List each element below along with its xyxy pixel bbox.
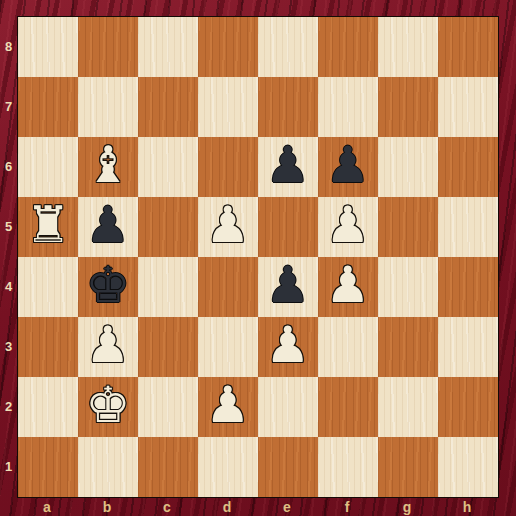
square-h3[interactable] [438,317,498,377]
file-label-d: d [197,497,257,516]
white-rook[interactable]: ♜ [26,195,71,255]
square-f4[interactable]: ♟ [318,257,378,317]
square-h4[interactable] [438,257,498,317]
file-label-h: h [437,497,497,516]
square-h6[interactable] [438,137,498,197]
square-g5[interactable] [378,197,438,257]
square-a2[interactable] [18,377,78,437]
square-g1[interactable] [378,437,438,497]
square-g8[interactable] [378,17,438,77]
square-f2[interactable] [318,377,378,437]
square-f3[interactable] [318,317,378,377]
rank-label-7: 7 [0,76,17,136]
square-e7[interactable] [258,77,318,137]
square-f1[interactable] [318,437,378,497]
square-c6[interactable] [138,137,198,197]
square-a6[interactable] [18,137,78,197]
square-b6[interactable]: ♝ [78,137,138,197]
chess-board: ♝♟♟♜♟♟♟♚♟♟♟♟♚♟ [17,16,499,498]
square-c8[interactable] [138,17,198,77]
file-label-g: g [377,497,437,516]
rank-label-5: 5 [0,196,17,256]
black-pawn[interactable]: ♟ [86,195,131,255]
square-g7[interactable] [378,77,438,137]
black-pawn[interactable]: ♟ [266,255,311,315]
rank-label-2: 2 [0,376,17,436]
square-e3[interactable]: ♟ [258,317,318,377]
square-e8[interactable] [258,17,318,77]
square-g3[interactable] [378,317,438,377]
square-b7[interactable] [78,77,138,137]
square-f6[interactable]: ♟ [318,137,378,197]
file-label-b: b [77,497,137,516]
square-g4[interactable] [378,257,438,317]
rank-labels: 87654321 [0,16,17,498]
black-pawn[interactable]: ♟ [326,135,371,195]
square-c7[interactable] [138,77,198,137]
square-a8[interactable] [18,17,78,77]
square-c1[interactable] [138,437,198,497]
square-h2[interactable] [438,377,498,437]
white-pawn[interactable]: ♟ [206,195,251,255]
white-pawn[interactable]: ♟ [266,315,311,375]
square-f7[interactable] [318,77,378,137]
square-g6[interactable] [378,137,438,197]
white-pawn[interactable]: ♟ [326,195,371,255]
square-a1[interactable] [18,437,78,497]
rank-label-6: 6 [0,136,17,196]
square-c5[interactable] [138,197,198,257]
square-b1[interactable] [78,437,138,497]
square-b4[interactable]: ♚ [78,257,138,317]
rank-label-1: 1 [0,436,17,496]
square-b2[interactable]: ♚ [78,377,138,437]
white-bishop[interactable]: ♝ [86,135,131,195]
square-d3[interactable] [198,317,258,377]
black-pawn[interactable]: ♟ [266,135,311,195]
square-a7[interactable] [18,77,78,137]
square-e6[interactable]: ♟ [258,137,318,197]
square-c2[interactable] [138,377,198,437]
square-h1[interactable] [438,437,498,497]
square-b5[interactable]: ♟ [78,197,138,257]
square-d1[interactable] [198,437,258,497]
square-e5[interactable] [258,197,318,257]
file-label-e: e [257,497,317,516]
square-c4[interactable] [138,257,198,317]
file-label-f: f [317,497,377,516]
rank-label-3: 3 [0,316,17,376]
rank-label-8: 8 [0,16,17,76]
square-a4[interactable] [18,257,78,317]
square-e1[interactable] [258,437,318,497]
file-label-c: c [137,497,197,516]
white-pawn[interactable]: ♟ [326,255,371,315]
black-king[interactable]: ♚ [86,255,131,315]
square-a5[interactable]: ♜ [18,197,78,257]
chess-board-window: ♝♟♟♜♟♟♟♚♟♟♟♟♚♟ 87654321 abcdefgh [0,0,516,516]
square-h7[interactable] [438,77,498,137]
white-pawn[interactable]: ♟ [86,315,131,375]
square-a3[interactable] [18,317,78,377]
square-d2[interactable]: ♟ [198,377,258,437]
square-e2[interactable] [258,377,318,437]
square-f8[interactable] [318,17,378,77]
square-h8[interactable] [438,17,498,77]
square-f5[interactable]: ♟ [318,197,378,257]
square-d6[interactable] [198,137,258,197]
square-d8[interactable] [198,17,258,77]
file-labels: abcdefgh [17,497,499,516]
square-d5[interactable]: ♟ [198,197,258,257]
square-b8[interactable] [78,17,138,77]
square-d7[interactable] [198,77,258,137]
white-king[interactable]: ♚ [86,375,131,435]
square-c3[interactable] [138,317,198,377]
square-e4[interactable]: ♟ [258,257,318,317]
square-h5[interactable] [438,197,498,257]
file-label-a: a [17,497,77,516]
rank-label-4: 4 [0,256,17,316]
square-d4[interactable] [198,257,258,317]
square-b3[interactable]: ♟ [78,317,138,377]
square-g2[interactable] [378,377,438,437]
white-pawn[interactable]: ♟ [206,375,251,435]
